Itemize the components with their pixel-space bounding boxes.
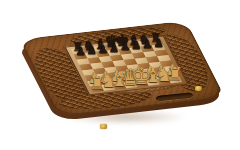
piece-black-pawn[interactable]: ♟ bbox=[131, 41, 141, 53]
brass-latch-front[interactable] bbox=[100, 124, 107, 129]
piece-black-pawn[interactable]: ♟ bbox=[98, 44, 108, 56]
piece-black-pawn[interactable]: ♟ bbox=[120, 42, 130, 54]
brass-latch-right[interactable] bbox=[195, 86, 202, 91]
piece-black-pawn[interactable]: ♟ bbox=[142, 39, 152, 51]
carry-handle-cutout[interactable] bbox=[155, 92, 194, 101]
piece-white-rook[interactable]: ♜ bbox=[167, 65, 183, 83]
product-photo-stage: ♜♞♝♛♚♝♞♜♟♟♟♟♟♟♟♟♟♟♟♟♟♟♟♟♜♞♝♛♚♝♞♜ bbox=[0, 0, 240, 150]
piece-black-pawn[interactable]: ♟ bbox=[75, 47, 85, 59]
piece-black-pawn[interactable]: ♟ bbox=[109, 43, 119, 55]
piece-black-pawn[interactable]: ♟ bbox=[153, 38, 163, 50]
piece-black-pawn[interactable]: ♟ bbox=[87, 46, 97, 58]
